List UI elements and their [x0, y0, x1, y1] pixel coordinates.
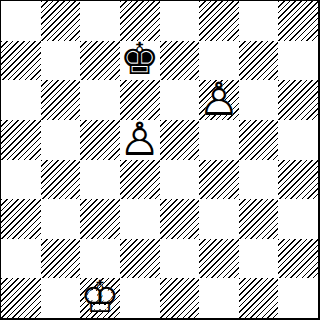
square-a3[interactable] — [1, 199, 41, 239]
square-h3[interactable] — [278, 199, 318, 239]
square-f2[interactable] — [199, 239, 239, 279]
square-d8[interactable] — [120, 1, 160, 41]
square-f4[interactable] — [199, 160, 239, 200]
white-king-icon: ♔ — [80, 275, 119, 319]
piece-black-king-d7: ♚ — [120, 41, 160, 81]
square-c7[interactable] — [80, 41, 120, 81]
square-g6[interactable] — [239, 80, 279, 120]
square-g8[interactable] — [239, 1, 279, 41]
white-pawn-fill-glyph: ♟ — [198, 76, 239, 122]
white-pawn-icon: ♙ — [198, 76, 239, 122]
square-a2[interactable] — [1, 239, 41, 279]
square-f3[interactable] — [199, 199, 239, 239]
piece-white-pawn-d5: ♟♙ — [120, 120, 160, 160]
square-c8[interactable] — [80, 1, 120, 41]
square-d5[interactable]: ♟♙ — [120, 120, 160, 160]
white-king-fill-glyph: ♚ — [80, 275, 119, 319]
square-c3[interactable] — [80, 199, 120, 239]
square-b5[interactable] — [41, 120, 81, 160]
square-b3[interactable] — [41, 199, 81, 239]
square-a6[interactable] — [1, 80, 41, 120]
square-d2[interactable] — [120, 239, 160, 279]
square-c1[interactable]: ♚♔ — [80, 278, 120, 318]
square-g1[interactable] — [239, 278, 279, 318]
square-e4[interactable] — [160, 160, 200, 200]
square-b2[interactable] — [41, 239, 81, 279]
square-g3[interactable] — [239, 199, 279, 239]
square-f8[interactable] — [199, 1, 239, 41]
square-c5[interactable] — [80, 120, 120, 160]
square-f5[interactable] — [199, 120, 239, 160]
square-h1[interactable] — [278, 278, 318, 318]
square-h5[interactable] — [278, 120, 318, 160]
square-d6[interactable] — [120, 80, 160, 120]
square-f6[interactable]: ♟♙ — [199, 80, 239, 120]
square-h4[interactable] — [278, 160, 318, 200]
piece-white-king-c1: ♚♔ — [80, 278, 120, 318]
square-c4[interactable] — [80, 160, 120, 200]
square-e8[interactable] — [160, 1, 200, 41]
square-h8[interactable] — [278, 1, 318, 41]
square-e1[interactable] — [160, 278, 200, 318]
square-a7[interactable] — [1, 41, 41, 81]
square-d3[interactable] — [120, 199, 160, 239]
square-b4[interactable] — [41, 160, 81, 200]
square-a5[interactable] — [1, 120, 41, 160]
square-e5[interactable] — [160, 120, 200, 160]
square-a1[interactable] — [1, 278, 41, 318]
square-g4[interactable] — [239, 160, 279, 200]
square-f1[interactable] — [199, 278, 239, 318]
piece-white-pawn-f6: ♟♙ — [199, 80, 239, 120]
square-e3[interactable] — [160, 199, 200, 239]
square-d7[interactable]: ♚ — [120, 41, 160, 81]
square-b8[interactable] — [41, 1, 81, 41]
square-f7[interactable] — [199, 41, 239, 81]
square-g2[interactable] — [239, 239, 279, 279]
square-a8[interactable] — [1, 1, 41, 41]
square-h7[interactable] — [278, 41, 318, 81]
square-c6[interactable] — [80, 80, 120, 120]
square-d4[interactable] — [120, 160, 160, 200]
white-pawn-icon: ♙ — [119, 116, 160, 162]
square-c2[interactable] — [80, 239, 120, 279]
square-b6[interactable] — [41, 80, 81, 120]
black-king-icon: ♚ — [120, 38, 159, 82]
square-h6[interactable] — [278, 80, 318, 120]
square-a4[interactable] — [1, 160, 41, 200]
square-e6[interactable] — [160, 80, 200, 120]
square-b1[interactable] — [41, 278, 81, 318]
square-b7[interactable] — [41, 41, 81, 81]
square-e7[interactable] — [160, 41, 200, 81]
white-pawn-fill-glyph: ♟ — [119, 116, 160, 162]
square-e2[interactable] — [160, 239, 200, 279]
chess-board: ♚♟♙♟♙♚♔ — [0, 0, 320, 320]
square-d1[interactable] — [120, 278, 160, 318]
square-g5[interactable] — [239, 120, 279, 160]
square-g7[interactable] — [239, 41, 279, 81]
square-h2[interactable] — [278, 239, 318, 279]
